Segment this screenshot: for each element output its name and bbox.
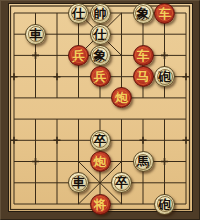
piece-black-chariot[interactable]: 車	[25, 24, 46, 45]
piece-black-chariot[interactable]: 車	[68, 172, 89, 193]
piece-black-soldier[interactable]: 卒	[111, 172, 132, 193]
piece-red-soldier[interactable]: 兵	[90, 66, 111, 87]
piece-red-cannon[interactable]: 炮	[111, 87, 132, 108]
piece-red-soldier[interactable]: 兵	[68, 45, 89, 66]
piece-black-horse[interactable]: 馬	[133, 151, 154, 172]
piece-black-advisor[interactable]: 仕	[90, 24, 111, 45]
piece-red-horse[interactable]: 马	[133, 66, 154, 87]
piece-black-advisor[interactable]: 仕	[68, 3, 89, 24]
piece-red-chariot[interactable]: 车	[133, 45, 154, 66]
piece-black-soldier[interactable]: 卒	[90, 130, 111, 151]
piece-black-elephant[interactable]: 象	[133, 3, 154, 24]
piece-red-cannon[interactable]: 炮	[90, 151, 111, 172]
piece-red-general[interactable]: 将	[90, 194, 111, 215]
piece-red-chariot[interactable]: 车	[154, 3, 175, 24]
xiangqi-app: 仕帥象车車仕兵象车兵马砲炮卒炮馬車卒将砲	[0, 0, 200, 220]
piece-black-general[interactable]: 帥	[90, 3, 111, 24]
piece-black-cannon[interactable]: 砲	[154, 194, 175, 215]
pieces-layer: 仕帥象车車仕兵象车兵马砲炮卒炮馬車卒将砲	[0, 0, 200, 220]
piece-black-elephant[interactable]: 象	[90, 45, 111, 66]
piece-black-cannon[interactable]: 砲	[154, 66, 175, 87]
